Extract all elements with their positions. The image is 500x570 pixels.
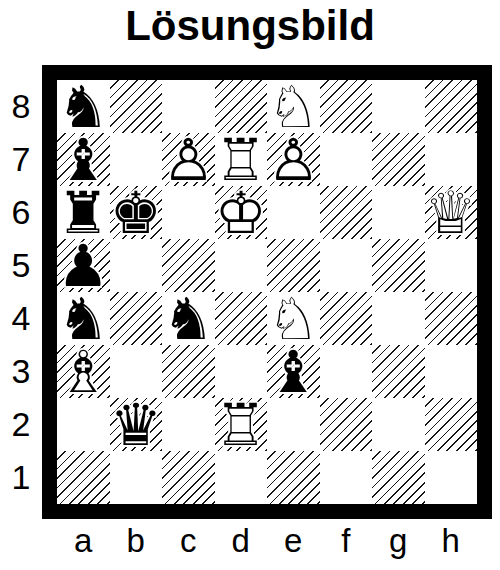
square-h8 — [425, 80, 478, 133]
square-a1 — [57, 451, 110, 504]
file-label-e: e — [267, 521, 320, 561]
square-e2 — [267, 398, 320, 451]
square-e3: ♝♝ — [267, 345, 320, 398]
piece-glyph: ♞ — [162, 292, 215, 345]
square-d2: ♜♖ — [215, 398, 268, 451]
square-b6: ♚♚ — [110, 186, 163, 239]
white-pawn-c7: ♟♙ — [162, 133, 215, 186]
rank-label-3: 3 — [0, 345, 42, 398]
square-h2 — [425, 398, 478, 451]
square-c2 — [162, 398, 215, 451]
square-f8 — [320, 80, 373, 133]
black-knight-c4: ♞♞ — [162, 292, 215, 345]
rank-label-4: 4 — [0, 292, 42, 345]
rank-label-6: 6 — [0, 186, 42, 239]
square-g7 — [372, 133, 425, 186]
diagram-title: Lösungsbild — [0, 2, 500, 50]
square-c1 — [162, 451, 215, 504]
black-king-b6: ♚♚ — [110, 186, 163, 239]
file-label-f: f — [320, 521, 373, 561]
chess-diagram-page: Lösungsbild 87654321 ♞♞♞♘♝♝♟♙♜♖♟♙♜♜♚♚♚♔♛… — [0, 0, 500, 570]
square-f5 — [320, 239, 373, 292]
file-label-g: g — [372, 521, 425, 561]
square-g3 — [372, 345, 425, 398]
piece-glyph: ♔ — [215, 186, 268, 239]
rank-label-8: 8 — [0, 80, 42, 133]
square-h3 — [425, 345, 478, 398]
chess-board: ♞♞♞♘♝♝♟♙♜♖♟♙♜♜♚♚♚♔♛♕♟♟♞♞♞♞♞♘♝♗♝♝♛♛♜♖ — [42, 65, 492, 519]
square-f6 — [320, 186, 373, 239]
square-f1 — [320, 451, 373, 504]
white-king-d6: ♚♔ — [215, 186, 268, 239]
white-rook-d2: ♜♖ — [215, 398, 268, 451]
square-g5 — [372, 239, 425, 292]
square-d6: ♚♔ — [215, 186, 268, 239]
square-f2 — [320, 398, 373, 451]
square-g2 — [372, 398, 425, 451]
square-f4 — [320, 292, 373, 345]
white-queen-h6: ♛♕ — [425, 186, 478, 239]
square-d5 — [215, 239, 268, 292]
rank-label-2: 2 — [0, 398, 42, 451]
board-grid: ♞♞♞♘♝♝♟♙♜♖♟♙♜♜♚♚♚♔♛♕♟♟♞♞♞♞♞♘♝♗♝♝♛♛♜♖ — [57, 80, 477, 504]
file-label-c: c — [162, 521, 215, 561]
rank-labels: 87654321 — [0, 80, 42, 504]
file-label-d: d — [215, 521, 268, 561]
square-f7 — [320, 133, 373, 186]
square-c6 — [162, 186, 215, 239]
square-e6 — [267, 186, 320, 239]
square-c4: ♞♞ — [162, 292, 215, 345]
square-h4 — [425, 292, 478, 345]
square-e7: ♟♙ — [267, 133, 320, 186]
black-queen-b2: ♛♛ — [110, 398, 163, 451]
square-g8 — [372, 80, 425, 133]
file-label-b: b — [110, 521, 163, 561]
square-g1 — [372, 451, 425, 504]
rank-label-1: 1 — [0, 451, 42, 504]
square-e1 — [267, 451, 320, 504]
square-d1 — [215, 451, 268, 504]
square-h1 — [425, 451, 478, 504]
file-label-a: a — [57, 521, 110, 561]
piece-glyph: ♚ — [110, 186, 163, 239]
square-h5 — [425, 239, 478, 292]
square-f3 — [320, 345, 373, 398]
square-b8 — [110, 80, 163, 133]
square-c7: ♟♙ — [162, 133, 215, 186]
white-bishop-a3: ♝♗ — [57, 345, 110, 398]
square-b2: ♛♛ — [110, 398, 163, 451]
square-b1 — [110, 451, 163, 504]
file-label-h: h — [425, 521, 478, 561]
square-g4 — [372, 292, 425, 345]
square-d4 — [215, 292, 268, 345]
square-h6: ♛♕ — [425, 186, 478, 239]
square-a2 — [57, 398, 110, 451]
square-g6 — [372, 186, 425, 239]
piece-glyph: ♗ — [57, 345, 110, 398]
square-b5 — [110, 239, 163, 292]
file-labels: abcdefgh — [57, 521, 477, 561]
piece-glyph: ♙ — [162, 133, 215, 186]
square-a3: ♝♗ — [57, 345, 110, 398]
rank-label-7: 7 — [0, 133, 42, 186]
black-bishop-e3: ♝♝ — [267, 345, 320, 398]
piece-glyph: ♕ — [425, 186, 478, 239]
piece-glyph: ♝ — [267, 345, 320, 398]
square-c3 — [162, 345, 215, 398]
piece-glyph: ♛ — [110, 398, 163, 451]
piece-glyph: ♖ — [215, 398, 268, 451]
piece-glyph: ♙ — [267, 133, 320, 186]
rank-label-5: 5 — [0, 239, 42, 292]
square-b4 — [110, 292, 163, 345]
white-pawn-e7: ♟♙ — [267, 133, 320, 186]
